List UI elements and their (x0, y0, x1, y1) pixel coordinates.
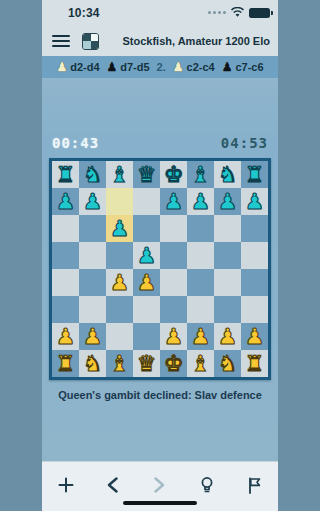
chess-board-frame: ♜♞♝♛♚♝♞♜♟♟♟♟♟♟♟♟♟♟♟♟♟♟♟♟♜♞♝♛♚♝♞♜ (49, 158, 271, 380)
app-screen: 10:34 Stockfish, Amateur 1200 Elo ♟d2-d4… (42, 0, 278, 511)
square-g5[interactable] (214, 242, 241, 269)
piece-black-r-a8: ♜ (56, 164, 76, 186)
square-g8[interactable]: ♞ (214, 161, 241, 188)
square-b7[interactable]: ♟ (79, 188, 106, 215)
piece-white-p-b2: ♟ (83, 326, 103, 348)
square-e1[interactable]: ♚ (160, 350, 187, 377)
piece-white-p-d4: ♟ (137, 272, 157, 294)
square-b8[interactable]: ♞ (79, 161, 106, 188)
bottom-toolbar (42, 461, 278, 511)
square-f7[interactable]: ♟ (187, 188, 214, 215)
piece-white-p-e2: ♟ (164, 326, 184, 348)
square-a4[interactable] (52, 269, 79, 296)
piece-black-p-h7: ♟ (245, 191, 265, 213)
square-a5[interactable] (52, 242, 79, 269)
piece-white-p-g2: ♟ (218, 326, 238, 348)
square-f8[interactable]: ♝ (187, 161, 214, 188)
piece-white-r-h1: ♜ (245, 353, 265, 375)
piece-black-r-h8: ♜ (245, 164, 265, 186)
piece-white-p-h2: ♟ (245, 326, 265, 348)
home-indicator[interactable] (123, 501, 197, 505)
piece-white-p-f2: ♟ (191, 326, 211, 348)
move-text: d2-d4 (70, 61, 99, 73)
clock-black: 04:53 (221, 135, 268, 151)
square-e4[interactable] (160, 269, 187, 296)
piece-black-p-c6: ♟ (110, 218, 130, 240)
piece-white-n-b1: ♞ (83, 353, 103, 375)
black-pawn-icon: ♟ (222, 61, 233, 73)
square-b6[interactable] (79, 215, 106, 242)
piece-white-k-e1: ♚ (164, 353, 184, 375)
piece-black-p-a7: ♟ (56, 191, 76, 213)
move-text: c2-c4 (187, 61, 215, 73)
piece-black-b-f8: ♝ (191, 164, 211, 186)
square-b1[interactable]: ♞ (79, 350, 106, 377)
piece-black-k-e8: ♚ (164, 164, 184, 186)
black-pawn-icon: ♟ (107, 61, 118, 73)
square-d7[interactable] (133, 188, 160, 215)
square-h7[interactable]: ♟ (241, 188, 268, 215)
square-g7[interactable]: ♟ (214, 188, 241, 215)
piece-black-p-e7: ♟ (164, 191, 184, 213)
move-list: ♟d2-d4♟d7-d52.♟c2-c4♟c7-c6 (42, 56, 278, 78)
piece-black-p-g7: ♟ (218, 191, 238, 213)
chess-board: ♜♞♝♛♚♝♞♜♟♟♟♟♟♟♟♟♟♟♟♟♟♟♟♟♜♞♝♛♚♝♞♜ (52, 161, 268, 377)
square-d8[interactable]: ♛ (133, 161, 160, 188)
menu-hamburger-icon[interactable] (52, 35, 70, 47)
square-h3[interactable] (241, 296, 268, 323)
square-f5[interactable] (187, 242, 214, 269)
top-chrome: 10:34 Stockfish, Amateur 1200 Elo (42, 0, 278, 56)
square-e5[interactable] (160, 242, 187, 269)
cellular-signal-icon (208, 11, 226, 14)
square-e3[interactable] (160, 296, 187, 323)
clocks: 00:43 04:53 (52, 135, 268, 151)
square-c5[interactable] (106, 242, 133, 269)
opening-caption: Queen's gambit declined: Slav defence (42, 389, 278, 401)
square-b3[interactable] (79, 296, 106, 323)
white-pawn-icon: ♟ (173, 61, 184, 73)
square-f1[interactable]: ♝ (187, 350, 214, 377)
status-icons (208, 7, 270, 18)
piece-black-q-d8: ♛ (137, 164, 157, 186)
move-item[interactable]: ♟c2-c4 (173, 61, 215, 73)
square-c1[interactable]: ♝ (106, 350, 133, 377)
clock-white: 00:43 (52, 135, 99, 151)
square-b4[interactable] (79, 269, 106, 296)
square-g3[interactable] (214, 296, 241, 323)
square-g6[interactable] (214, 215, 241, 242)
square-a8[interactable]: ♜ (52, 161, 79, 188)
square-h2[interactable]: ♟ (241, 323, 268, 350)
square-c3[interactable] (106, 296, 133, 323)
piece-black-p-b7: ♟ (83, 191, 103, 213)
new-game-plus-button[interactable] (52, 472, 80, 498)
piece-black-n-b8: ♞ (83, 164, 103, 186)
square-f2[interactable]: ♟ (187, 323, 214, 350)
square-d6[interactable] (133, 215, 160, 242)
square-c6[interactable]: ♟ (106, 215, 133, 242)
piece-white-q-d1: ♛ (137, 353, 157, 375)
piece-white-p-c4: ♟ (110, 272, 130, 294)
square-f4[interactable] (187, 269, 214, 296)
status-time: 10:34 (68, 6, 100, 20)
hint-lightbulb-button[interactable] (193, 472, 221, 498)
square-a2[interactable]: ♟ (52, 323, 79, 350)
square-c4[interactable]: ♟ (106, 269, 133, 296)
square-f3[interactable] (187, 296, 214, 323)
square-f6[interactable] (187, 215, 214, 242)
forward-move-button[interactable] (146, 472, 174, 498)
square-c7[interactable] (106, 188, 133, 215)
square-b2[interactable]: ♟ (79, 323, 106, 350)
square-a7[interactable]: ♟ (52, 188, 79, 215)
piece-white-p-a2: ♟ (56, 326, 76, 348)
square-a6[interactable] (52, 215, 79, 242)
square-d3[interactable] (133, 296, 160, 323)
square-h5[interactable] (241, 242, 268, 269)
move-text: d7-d5 (120, 61, 149, 73)
square-d1[interactable]: ♛ (133, 350, 160, 377)
square-c8[interactable]: ♝ (106, 161, 133, 188)
square-g4[interactable] (214, 269, 241, 296)
square-e7[interactable]: ♟ (160, 188, 187, 215)
move-number: 2. (157, 61, 166, 73)
square-d4[interactable]: ♟ (133, 269, 160, 296)
wifi-icon (230, 7, 245, 18)
piece-white-b-c1: ♝ (110, 353, 130, 375)
square-c2[interactable] (106, 323, 133, 350)
piece-white-b-f1: ♝ (191, 353, 211, 375)
piece-white-n-g1: ♞ (218, 353, 238, 375)
white-pawn-icon: ♟ (56, 61, 67, 73)
move-text: c7-c6 (235, 61, 263, 73)
move-item[interactable]: ♟d7-d5 (107, 61, 150, 73)
mini-board-icon[interactable] (82, 33, 99, 50)
square-b5[interactable] (79, 242, 106, 269)
square-e2[interactable]: ♟ (160, 323, 187, 350)
back-move-button[interactable] (99, 472, 127, 498)
battery-icon (249, 8, 270, 18)
square-g2[interactable]: ♟ (214, 323, 241, 350)
square-a1[interactable]: ♜ (52, 350, 79, 377)
piece-black-p-f7: ♟ (191, 191, 211, 213)
piece-black-b-c8: ♝ (110, 164, 130, 186)
move-item[interactable]: ♟c7-c6 (222, 61, 264, 73)
square-a3[interactable] (52, 296, 79, 323)
square-h6[interactable] (241, 215, 268, 242)
square-g1[interactable]: ♞ (214, 350, 241, 377)
status-bar: 10:34 (42, 0, 278, 26)
square-d5[interactable]: ♟ (133, 242, 160, 269)
piece-white-r-a1: ♜ (56, 353, 76, 375)
resign-flag-button[interactable] (240, 472, 268, 498)
square-h1[interactable]: ♜ (241, 350, 268, 377)
header: Stockfish, Amateur 1200 Elo (42, 26, 278, 56)
piece-black-p-d5: ♟ (137, 245, 157, 267)
square-h4[interactable] (241, 269, 268, 296)
piece-black-n-g8: ♞ (218, 164, 238, 186)
opponent-title: Stockfish, Amateur 1200 Elo (99, 35, 278, 47)
square-h8[interactable]: ♜ (241, 161, 268, 188)
square-d2[interactable] (133, 323, 160, 350)
square-e6[interactable] (160, 215, 187, 242)
move-item[interactable]: ♟d2-d4 (56, 61, 99, 73)
square-e8[interactable]: ♚ (160, 161, 187, 188)
